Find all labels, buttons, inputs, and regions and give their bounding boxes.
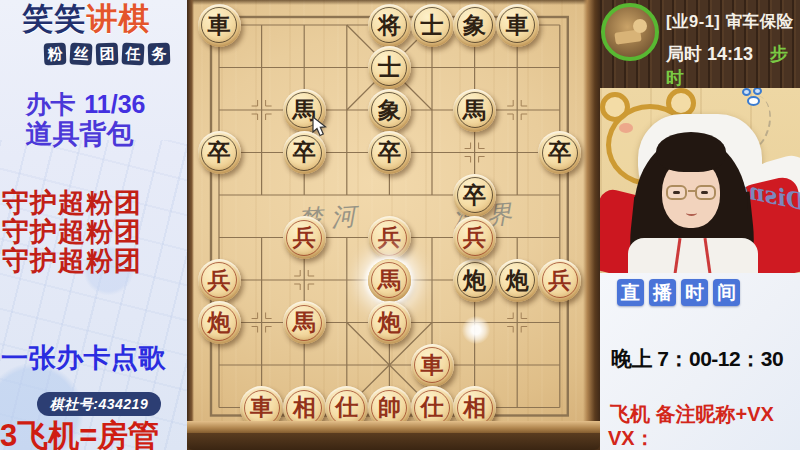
right-panel: [业9-1] 审车保险 局时 14:13 步时 D	[600, 0, 800, 450]
piece-black-soldier[interactable]: 卒	[538, 131, 581, 174]
piece-black-soldier[interactable]: 卒	[453, 174, 496, 217]
eye	[673, 191, 680, 194]
streamer-shirt	[628, 238, 758, 273]
stream-screenshot: 笑笑讲棋 粉丝团任务 办卡 11/36 道具背包 守护超粉团守护超粉团守护超粉团…	[0, 0, 800, 450]
move-glow-effect	[462, 316, 490, 344]
bear-blush	[619, 123, 633, 133]
piece-red-soldier[interactable]: 兵	[368, 216, 411, 259]
piece-black-advisor[interactable]: 士	[368, 46, 411, 89]
song-request-line: 一张办卡点歌	[1, 340, 166, 376]
mouse-cursor-icon	[312, 116, 327, 137]
card-count: 11/36	[84, 90, 145, 118]
piece-black-rook[interactable]: 車	[496, 4, 539, 47]
fan-badge-char: 丝	[69, 42, 92, 65]
piece-red-soldier[interactable]: 兵	[538, 259, 581, 302]
streamer-webcam: Disney	[600, 88, 800, 273]
chess-club-id-badge: 棋社号:434219	[37, 392, 161, 416]
live-schedule: 晚上 7：00-12：30	[611, 345, 783, 373]
piece-black-soldier[interactable]: 卒	[198, 131, 241, 174]
opponent-info-bar: [业9-1] 审车保险 局时 14:13 步时	[600, 0, 800, 88]
glasses-bridge	[688, 190, 696, 192]
plane-gift-line: 3飞机=房管	[0, 415, 159, 450]
piece-red-cannon[interactable]: 炮	[198, 301, 241, 344]
piece-black-king[interactable]: 将	[368, 4, 411, 47]
eye	[701, 191, 708, 194]
fan-badge-char: 任	[121, 42, 144, 65]
board-left-bevel	[187, 0, 194, 433]
item-backpack-line: 道具背包	[0, 116, 187, 152]
streamer-bangs	[656, 132, 726, 172]
live-time-title: 直播时间	[617, 279, 740, 306]
opponent-avatar[interactable]	[601, 3, 659, 61]
piece-red-cannon[interactable]: 炮	[368, 301, 411, 344]
contact-line-2: VX：xiaoxiaoxiangqi	[608, 425, 800, 450]
game-time-value: 14:13	[707, 44, 753, 64]
piece-black-soldier[interactable]: 卒	[368, 131, 411, 174]
channel-title: 笑笑讲棋	[0, 0, 187, 38]
fan-badge-char: 务	[148, 43, 171, 66]
guard-fan-line: 守护超粉团	[2, 217, 142, 246]
info-panel: 直播时间 晚上 7：00-12：30 飞机 备注昵称+VX VX：xiaoxia…	[600, 273, 800, 450]
piece-black-elephant[interactable]: 象	[368, 89, 411, 132]
piece-red-soldier[interactable]: 兵	[198, 259, 241, 302]
guard-fan-club-lines: 守护超粉团守护超粉团守护超粉团	[2, 188, 142, 275]
opponent-name: [业9-1] 审车保险	[666, 11, 793, 33]
live-time-char-box: 直	[617, 279, 644, 306]
channel-title-suffix: 讲棋	[87, 1, 151, 36]
fan-club-task-badges[interactable]: 粉丝团任务	[44, 43, 170, 65]
board-right-bevel	[583, 0, 600, 433]
guard-fan-line: 守护超粉团	[2, 246, 142, 275]
live-time-char-box: 时	[681, 279, 708, 306]
piece-red-horse[interactable]: 馬	[283, 301, 326, 344]
card-label: 办卡	[26, 90, 85, 119]
piece-red-soldier[interactable]: 兵	[283, 216, 326, 259]
piece-black-horse[interactable]: 馬	[453, 89, 496, 132]
xiangqi-board[interactable]: 楚河 漢界 車将士象車士馬象馬卒卒卒卒卒炮炮兵兵兵兵馬兵炮馬炮車車相仕帥仕相	[187, 0, 600, 450]
piece-red-soldier[interactable]: 兵	[453, 216, 496, 259]
game-time-label: 局时	[666, 44, 702, 64]
live-time-char-box: 间	[713, 279, 740, 306]
board-top-edge	[187, 0, 600, 5]
smile	[686, 210, 697, 216]
piece-black-cannon[interactable]: 炮	[496, 259, 539, 302]
contact-line-1: 飞机 备注昵称+VX	[610, 401, 774, 428]
piece-black-advisor[interactable]: 士	[411, 4, 454, 47]
piece-red-horse[interactable]: 馬	[368, 259, 411, 302]
live-time-char-box: 播	[649, 279, 676, 306]
piece-black-rook[interactable]: 車	[198, 4, 241, 47]
clock-line: 局时 14:13 步时	[666, 42, 800, 90]
fan-badge-char: 粉	[44, 43, 67, 66]
piece-black-soldier[interactable]: 卒	[283, 131, 326, 174]
left-sidebar: 笑笑讲棋 粉丝团任务 办卡 11/36 道具背包 守护超粉团守护超粉团守护超粉团…	[0, 0, 187, 450]
fan-badge-char: 团	[96, 43, 119, 66]
guard-fan-line: 守护超粉团	[2, 188, 142, 217]
piece-red-rook[interactable]: 車	[411, 344, 454, 387]
board-base	[187, 433, 600, 450]
piece-black-elephant[interactable]: 象	[453, 4, 496, 47]
channel-title-name: 笑笑	[23, 1, 87, 36]
piece-black-cannon[interactable]: 炮	[453, 259, 496, 302]
